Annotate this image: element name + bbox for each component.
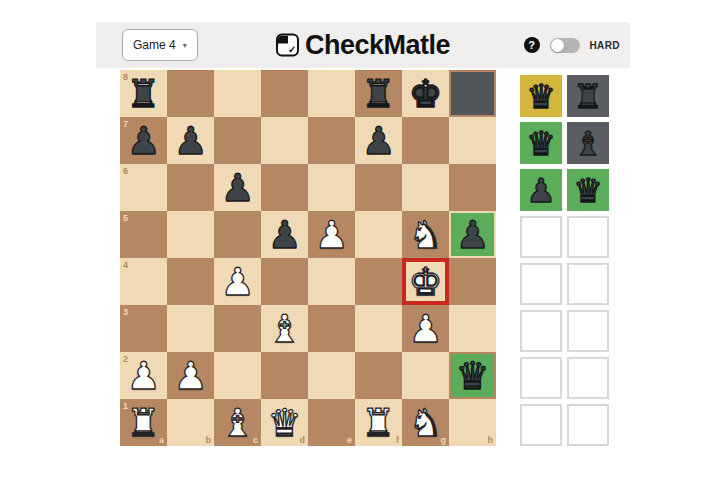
- file-label-e: e: [347, 435, 352, 445]
- gray-highlight: [451, 72, 494, 115]
- square-c5[interactable]: [214, 211, 261, 258]
- square-b8[interactable]: [167, 70, 214, 117]
- guess-tile-r3-c1-green: ♟: [520, 169, 562, 211]
- header-bar: Game 4 ▾ ✓ CheckMatle ? HARD: [96, 22, 630, 68]
- square-f8[interactable]: ♜: [355, 70, 402, 117]
- white-pawn-piece: ♟: [220, 263, 254, 301]
- black-queen-piece: ♛: [526, 80, 556, 113]
- black-queen-piece: ♛: [526, 127, 556, 160]
- guess-tile-r4-c1-empty: [520, 216, 562, 258]
- square-h8[interactable]: [449, 70, 496, 117]
- guess-tile-r7-c2-empty: [567, 357, 609, 399]
- guess-grid: ♛♜♛♝♟♛: [520, 75, 609, 446]
- white-pawn-piece: ♟: [314, 216, 348, 254]
- game-select-label: Game 4: [133, 38, 176, 52]
- square-h3[interactable]: [449, 305, 496, 352]
- square-d2[interactable]: [261, 352, 308, 399]
- white-knight-piece: ♞: [408, 216, 442, 254]
- square-e1[interactable]: e: [308, 399, 355, 446]
- chess-board: 8♜♜♚7♟♟♟6♟5♟♟♞♟4♟♚3♝♟2♟♟♛1a♜bc♝d♛ef♜g♞h: [120, 70, 496, 446]
- square-e4[interactable]: [308, 258, 355, 305]
- white-queen-piece: ♛: [267, 404, 301, 442]
- rank-label-6: 6: [123, 166, 128, 176]
- square-f4[interactable]: [355, 258, 402, 305]
- guess-tile-r5-c2-empty: [567, 263, 609, 305]
- black-pawn-piece: ♟: [526, 174, 556, 207]
- black-pawn-piece: ♟: [126, 122, 160, 160]
- square-b6[interactable]: [167, 164, 214, 211]
- square-d3[interactable]: ♝: [261, 305, 308, 352]
- square-b4[interactable]: [167, 258, 214, 305]
- square-e3[interactable]: [308, 305, 355, 352]
- square-h7[interactable]: [449, 117, 496, 164]
- square-c6[interactable]: ♟: [214, 164, 261, 211]
- black-pawn-piece: ♟: [455, 216, 489, 254]
- square-g7[interactable]: [402, 117, 449, 164]
- file-label-h: h: [488, 435, 494, 445]
- square-e2[interactable]: [308, 352, 355, 399]
- white-knight-piece: ♞: [408, 404, 442, 442]
- chevron-down-icon: ▾: [183, 41, 187, 50]
- white-rook-piece: ♜: [126, 404, 160, 442]
- square-d5[interactable]: ♟: [261, 211, 308, 258]
- white-bishop-piece: ♝: [267, 310, 301, 348]
- toggle-knob: [551, 39, 564, 52]
- square-f1[interactable]: f♜: [355, 399, 402, 446]
- help-icon[interactable]: ?: [524, 37, 540, 53]
- black-bishop-piece: ♝: [573, 127, 603, 160]
- rank-label-5: 5: [123, 213, 128, 223]
- square-e7[interactable]: [308, 117, 355, 164]
- file-label-a: a: [159, 435, 164, 445]
- black-pawn-piece: ♟: [267, 216, 301, 254]
- square-e8[interactable]: [308, 70, 355, 117]
- square-d6[interactable]: [261, 164, 308, 211]
- app-logo: ✓ CheckMatle: [276, 30, 450, 61]
- square-g2[interactable]: [402, 352, 449, 399]
- rank-label-4: 4: [123, 260, 128, 270]
- square-h1[interactable]: h: [449, 399, 496, 446]
- file-label-g: g: [441, 435, 447, 445]
- white-pawn-piece: ♟: [173, 357, 207, 395]
- rank-label-3: 3: [123, 307, 128, 317]
- square-b5[interactable]: [167, 211, 214, 258]
- white-pawn-piece: ♟: [408, 310, 442, 348]
- rank-label-2: 2: [123, 354, 128, 364]
- square-c7[interactable]: [214, 117, 261, 164]
- white-pawn-piece: ♟: [126, 357, 160, 395]
- square-a3[interactable]: 3: [120, 305, 167, 352]
- guess-tile-r7-c1-empty: [520, 357, 562, 399]
- checkmark-icon: ✓: [287, 44, 297, 55]
- guess-tile-r8-c2-empty: [567, 404, 609, 446]
- black-rook-piece: ♜: [573, 80, 603, 113]
- rank-label-8: 8: [123, 72, 128, 82]
- app-title: CheckMatle: [305, 30, 450, 61]
- guess-tile-r4-c2-empty: [567, 216, 609, 258]
- file-label-b: b: [206, 435, 212, 445]
- guess-tile-r6-c1-empty: [520, 310, 562, 352]
- square-g1[interactable]: g♞: [402, 399, 449, 446]
- guess-tile-r2-c1-green: ♛: [520, 122, 562, 164]
- square-d8[interactable]: [261, 70, 308, 117]
- square-a4[interactable]: 4: [120, 258, 167, 305]
- checkerboard-logo-icon: ✓: [276, 34, 299, 57]
- hard-mode-label: HARD: [590, 40, 621, 51]
- square-g6[interactable]: [402, 164, 449, 211]
- black-queen-piece: ♛: [573, 174, 603, 207]
- hard-mode-toggle[interactable]: [550, 38, 580, 53]
- square-e6[interactable]: [308, 164, 355, 211]
- square-d1[interactable]: d♛: [261, 399, 308, 446]
- rank-label-1: 1: [123, 401, 128, 411]
- guess-tile-r8-c1-empty: [520, 404, 562, 446]
- checkmatle-app: Game 4 ▾ ✓ CheckMatle ? HARD 8♜♜♚7♟♟♟6♟5…: [96, 22, 630, 452]
- file-label-f: f: [396, 435, 399, 445]
- square-g5[interactable]: ♞: [402, 211, 449, 258]
- square-b1[interactable]: b: [167, 399, 214, 446]
- square-h4[interactable]: [449, 258, 496, 305]
- file-label-d: d: [300, 435, 306, 445]
- game-select-dropdown[interactable]: Game 4 ▾: [122, 29, 198, 61]
- square-a6[interactable]: 6: [120, 164, 167, 211]
- square-f2[interactable]: [355, 352, 402, 399]
- square-h5[interactable]: ♟: [449, 211, 496, 258]
- black-queen-piece: ♛: [455, 357, 489, 395]
- black-rook-piece: ♜: [126, 75, 160, 113]
- white-king-piece: ♚: [408, 263, 442, 301]
- white-rook-piece: ♜: [361, 404, 395, 442]
- square-a8[interactable]: 8♜: [120, 70, 167, 117]
- square-f5[interactable]: [355, 211, 402, 258]
- black-pawn-piece: ♟: [361, 122, 395, 160]
- black-pawn-piece: ♟: [173, 122, 207, 160]
- guess-tile-r5-c1-empty: [520, 263, 562, 305]
- square-c8[interactable]: [214, 70, 261, 117]
- square-c2[interactable]: [214, 352, 261, 399]
- square-h2[interactable]: ♛: [449, 352, 496, 399]
- square-a1[interactable]: 1a♜: [120, 399, 167, 446]
- square-b3[interactable]: [167, 305, 214, 352]
- square-c1[interactable]: c♝: [214, 399, 261, 446]
- header-controls: ? HARD: [524, 37, 621, 53]
- square-f6[interactable]: [355, 164, 402, 211]
- square-f3[interactable]: [355, 305, 402, 352]
- black-king-piece: ♚: [408, 75, 442, 113]
- guess-tile-r6-c2-empty: [567, 310, 609, 352]
- square-g4[interactable]: ♚: [402, 258, 449, 305]
- square-f7[interactable]: ♟: [355, 117, 402, 164]
- square-a2[interactable]: 2♟: [120, 352, 167, 399]
- guess-tile-r1-c2-gray: ♜: [567, 75, 609, 117]
- square-a7[interactable]: 7♟: [120, 117, 167, 164]
- black-pawn-piece: ♟: [220, 169, 254, 207]
- square-g3[interactable]: ♟: [402, 305, 449, 352]
- guess-tile-r2-c2-gray: ♝: [567, 122, 609, 164]
- square-g8[interactable]: ♚: [402, 70, 449, 117]
- square-e5[interactable]: ♟: [308, 211, 355, 258]
- square-d4[interactable]: [261, 258, 308, 305]
- square-a5[interactable]: 5: [120, 211, 167, 258]
- rank-label-7: 7: [123, 119, 128, 129]
- file-label-c: c: [253, 435, 258, 445]
- black-rook-piece: ♜: [361, 75, 395, 113]
- square-c4[interactable]: ♟: [214, 258, 261, 305]
- square-c3[interactable]: [214, 305, 261, 352]
- guess-tile-r3-c2-green: ♛: [567, 169, 609, 211]
- square-b2[interactable]: ♟: [167, 352, 214, 399]
- white-bishop-piece: ♝: [220, 404, 254, 442]
- guess-tile-r1-c1-yellow: ♛: [520, 75, 562, 117]
- square-h6[interactable]: [449, 164, 496, 211]
- square-d7[interactable]: [261, 117, 308, 164]
- square-b7[interactable]: ♟: [167, 117, 214, 164]
